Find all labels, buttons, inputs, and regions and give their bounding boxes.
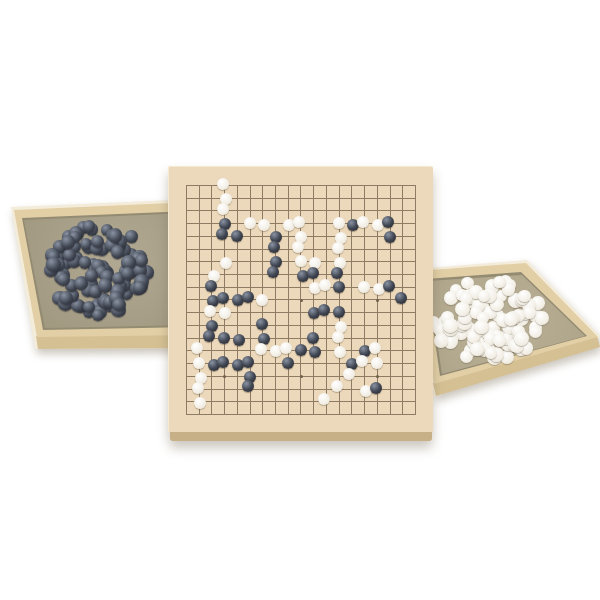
white-stone: [343, 368, 355, 380]
white-stone: [219, 307, 231, 319]
white-pile-stone: [493, 334, 506, 347]
star-point: [376, 299, 379, 302]
white-pile-stone: [535, 311, 549, 325]
white-stone: [369, 342, 381, 354]
white-pile-stone: [474, 320, 488, 334]
white-stone: [191, 342, 203, 354]
black-stone: [331, 267, 343, 279]
black-pile-stone: [98, 278, 112, 292]
white-stone: [244, 217, 256, 229]
star-point: [376, 375, 379, 378]
star-point: [300, 375, 303, 378]
white-stone: [194, 397, 206, 409]
black-pile-stone: [59, 291, 73, 305]
white-stone: [255, 343, 267, 355]
white-stone: [192, 382, 204, 394]
black-stone: [217, 356, 229, 368]
black-stone: [383, 280, 395, 292]
white-stone: [357, 216, 369, 228]
white-pile-stone: [504, 312, 518, 326]
white-stone: [333, 217, 345, 229]
white-stone: [331, 380, 343, 392]
black-stone: [295, 344, 307, 356]
black-stone: [333, 306, 345, 318]
white-stone: [256, 294, 268, 306]
white-stone-pile: [415, 256, 600, 406]
black-pile-stone: [63, 249, 75, 261]
black-stone: [233, 334, 245, 346]
black-stone: [242, 380, 254, 392]
black-stone: [307, 332, 319, 344]
black-pile-stone: [135, 254, 148, 267]
black-pile-stone: [133, 281, 146, 294]
black-pile-stone: [74, 277, 87, 290]
black-stone: [309, 346, 321, 358]
black-pile-stone: [83, 220, 95, 232]
white-stone: [217, 178, 229, 190]
white-pile-stone: [434, 333, 449, 348]
black-stone: [267, 266, 279, 278]
black-stone-tray: [10, 196, 194, 352]
black-stone: [384, 231, 396, 243]
white-stone: [193, 357, 205, 369]
white-stone: [280, 342, 292, 354]
black-stone: [256, 318, 268, 330]
white-pile-stone: [518, 290, 530, 302]
black-stone: [242, 356, 254, 368]
black-pile-stone: [91, 235, 104, 248]
star-point: [300, 299, 303, 302]
product-photo-scene: [0, 0, 600, 600]
white-pile-stone: [443, 318, 458, 333]
black-pile-stone: [112, 298, 126, 312]
black-stone: [318, 304, 330, 316]
white-stone: [293, 216, 305, 228]
white-stone: [258, 219, 270, 231]
black-stone: [333, 281, 345, 293]
black-stone: [395, 292, 407, 304]
black-pile-stone: [57, 273, 70, 286]
black-stone: [231, 230, 243, 242]
board-grid: [186, 185, 416, 415]
black-stone: [268, 241, 280, 253]
white-pile-stone: [455, 302, 469, 316]
white-stone: [319, 279, 331, 291]
white-stone: [292, 241, 304, 253]
black-stone-pile: [10, 196, 194, 352]
white-stone: [356, 355, 368, 367]
white-stone: [318, 393, 330, 405]
black-pile-stone: [79, 256, 92, 269]
black-stone: [218, 332, 230, 344]
white-stone: [204, 305, 216, 317]
white-stone: [220, 257, 232, 269]
white-stone: [332, 331, 344, 343]
black-stone: [307, 267, 319, 279]
black-stone: [217, 292, 229, 304]
white-stone: [371, 357, 383, 369]
black-pile-stone: [83, 301, 95, 313]
white-stone: [217, 203, 229, 215]
black-stone: [282, 357, 294, 369]
white-stone: [295, 255, 307, 267]
go-board: [168, 166, 433, 432]
white-stone: [334, 346, 346, 358]
white-stone-tray: [415, 256, 600, 406]
black-stone: [216, 228, 228, 240]
black-stone: [205, 280, 217, 292]
white-pile-stone: [514, 331, 529, 346]
white-stone: [358, 281, 370, 293]
white-pile-stone: [529, 325, 542, 338]
black-stone: [370, 382, 382, 394]
black-pile-stone: [108, 229, 121, 242]
white-pile-stone: [493, 276, 505, 288]
white-pile-stone: [470, 342, 484, 356]
white-stone: [332, 242, 344, 254]
white-pile-stone: [485, 347, 497, 359]
black-stone: [242, 291, 254, 303]
star-point: [223, 375, 226, 378]
black-stone: [382, 216, 394, 228]
black-pile-stone: [46, 257, 61, 272]
black-stone: [203, 330, 215, 342]
